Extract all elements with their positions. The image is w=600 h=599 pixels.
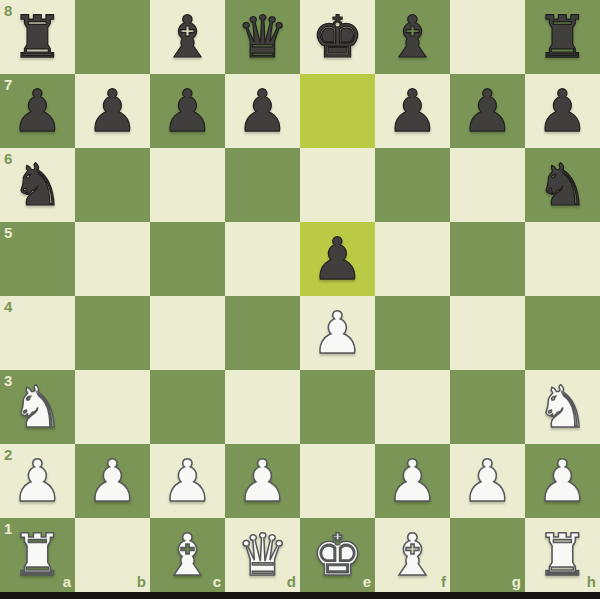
square-a5[interactable]: 5 <box>0 222 75 296</box>
square-a2[interactable]: 2♟ <box>0 444 75 518</box>
square-a4[interactable]: 4 <box>0 296 75 370</box>
square-g7[interactable]: ♟ <box>450 74 525 148</box>
square-c1[interactable]: c♝ <box>150 518 225 592</box>
piece-black-knight-h6[interactable]: ♞ <box>525 148 600 222</box>
piece-white-rook-h1[interactable]: ♜ <box>525 518 600 592</box>
square-e1[interactable]: e♚ <box>300 518 375 592</box>
square-e6[interactable] <box>300 148 375 222</box>
piece-white-bishop-c1[interactable]: ♝ <box>150 518 225 592</box>
square-h7[interactable]: ♟ <box>525 74 600 148</box>
file-label-b: b <box>137 574 146 589</box>
square-d6[interactable] <box>225 148 300 222</box>
square-e5[interactable]: ♟ <box>300 222 375 296</box>
square-c5[interactable] <box>150 222 225 296</box>
piece-black-knight-a6[interactable]: ♞ <box>0 148 75 222</box>
square-g1[interactable]: g <box>450 518 525 592</box>
square-e7[interactable] <box>300 74 375 148</box>
piece-black-rook-a8[interactable]: ♜ <box>0 0 75 74</box>
square-d2[interactable]: ♟ <box>225 444 300 518</box>
file-label-g: g <box>512 574 521 589</box>
square-b6[interactable] <box>75 148 150 222</box>
square-b7[interactable]: ♟ <box>75 74 150 148</box>
square-h5[interactable] <box>525 222 600 296</box>
piece-black-pawn-d7[interactable]: ♟ <box>225 74 300 148</box>
square-c7[interactable]: ♟ <box>150 74 225 148</box>
square-g2[interactable]: ♟ <box>450 444 525 518</box>
square-g5[interactable] <box>450 222 525 296</box>
piece-black-pawn-h7[interactable]: ♟ <box>525 74 600 148</box>
piece-white-pawn-f2[interactable]: ♟ <box>375 444 450 518</box>
piece-white-pawn-e4[interactable]: ♟ <box>300 296 375 370</box>
piece-white-king-e1[interactable]: ♚ <box>300 518 375 592</box>
square-b8[interactable] <box>75 0 150 74</box>
square-g4[interactable] <box>450 296 525 370</box>
piece-black-pawn-f7[interactable]: ♟ <box>375 74 450 148</box>
square-b5[interactable] <box>75 222 150 296</box>
square-d5[interactable] <box>225 222 300 296</box>
piece-black-king-e8[interactable]: ♚ <box>300 0 375 74</box>
piece-white-pawn-h2[interactable]: ♟ <box>525 444 600 518</box>
piece-white-knight-a3[interactable]: ♞ <box>0 370 75 444</box>
square-e2[interactable] <box>300 444 375 518</box>
square-d8[interactable]: ♛ <box>225 0 300 74</box>
piece-black-rook-h8[interactable]: ♜ <box>525 0 600 74</box>
square-h8[interactable]: ♜ <box>525 0 600 74</box>
square-h3[interactable]: ♞ <box>525 370 600 444</box>
piece-black-queen-d8[interactable]: ♛ <box>225 0 300 74</box>
piece-white-rook-a1[interactable]: ♜ <box>0 518 75 592</box>
square-a6[interactable]: 6♞ <box>0 148 75 222</box>
piece-black-pawn-a7[interactable]: ♟ <box>0 74 75 148</box>
square-f4[interactable] <box>375 296 450 370</box>
square-d3[interactable] <box>225 370 300 444</box>
piece-black-pawn-e5[interactable]: ♟ <box>300 222 375 296</box>
square-a8[interactable]: 8♜ <box>0 0 75 74</box>
square-f2[interactable]: ♟ <box>375 444 450 518</box>
square-f1[interactable]: f♝ <box>375 518 450 592</box>
square-b1[interactable]: b <box>75 518 150 592</box>
chess-board: 8♜♝♛♚♝♜7♟♟♟♟♟♟♟6♞♞5♟4♟3♞♞2♟♟♟♟♟♟♟1a♜bc♝d… <box>0 0 600 592</box>
square-c2[interactable]: ♟ <box>150 444 225 518</box>
piece-white-pawn-b2[interactable]: ♟ <box>75 444 150 518</box>
square-f7[interactable]: ♟ <box>375 74 450 148</box>
piece-white-pawn-a2[interactable]: ♟ <box>0 444 75 518</box>
square-e3[interactable] <box>300 370 375 444</box>
square-h4[interactable] <box>525 296 600 370</box>
bottom-edge-bar <box>0 592 600 599</box>
square-b2[interactable]: ♟ <box>75 444 150 518</box>
piece-white-pawn-c2[interactable]: ♟ <box>150 444 225 518</box>
square-c4[interactable] <box>150 296 225 370</box>
square-c3[interactable] <box>150 370 225 444</box>
square-d1[interactable]: d♛ <box>225 518 300 592</box>
square-e4[interactable]: ♟ <box>300 296 375 370</box>
square-d7[interactable]: ♟ <box>225 74 300 148</box>
square-a1[interactable]: 1a♜ <box>0 518 75 592</box>
square-g6[interactable] <box>450 148 525 222</box>
square-b3[interactable] <box>75 370 150 444</box>
piece-white-pawn-d2[interactable]: ♟ <box>225 444 300 518</box>
square-f3[interactable] <box>375 370 450 444</box>
square-d4[interactable] <box>225 296 300 370</box>
rank-label-4: 4 <box>4 299 12 314</box>
square-h2[interactable]: ♟ <box>525 444 600 518</box>
square-f5[interactable] <box>375 222 450 296</box>
piece-black-bishop-c8[interactable]: ♝ <box>150 0 225 74</box>
square-g3[interactable] <box>450 370 525 444</box>
rank-label-5: 5 <box>4 225 12 240</box>
piece-black-pawn-c7[interactable]: ♟ <box>150 74 225 148</box>
square-f8[interactable]: ♝ <box>375 0 450 74</box>
piece-white-bishop-f1[interactable]: ♝ <box>375 518 450 592</box>
piece-black-bishop-f8[interactable]: ♝ <box>375 0 450 74</box>
square-c8[interactable]: ♝ <box>150 0 225 74</box>
square-h6[interactable]: ♞ <box>525 148 600 222</box>
square-a7[interactable]: 7♟ <box>0 74 75 148</box>
piece-black-pawn-g7[interactable]: ♟ <box>450 74 525 148</box>
square-b4[interactable] <box>75 296 150 370</box>
piece-white-knight-h3[interactable]: ♞ <box>525 370 600 444</box>
square-e8[interactable]: ♚ <box>300 0 375 74</box>
square-c6[interactable] <box>150 148 225 222</box>
piece-white-pawn-g2[interactable]: ♟ <box>450 444 525 518</box>
square-g8[interactable] <box>450 0 525 74</box>
square-h1[interactable]: h♜ <box>525 518 600 592</box>
piece-white-queen-d1[interactable]: ♛ <box>225 518 300 592</box>
piece-black-pawn-b7[interactable]: ♟ <box>75 74 150 148</box>
square-f6[interactable] <box>375 148 450 222</box>
square-a3[interactable]: 3♞ <box>0 370 75 444</box>
